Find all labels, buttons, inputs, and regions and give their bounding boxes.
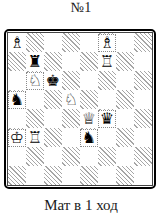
puzzle-number: №1 (0, 0, 162, 16)
square-a7 (8, 52, 26, 71)
square-g2 (116, 147, 134, 166)
square-g5 (116, 90, 134, 109)
white-knight-b6: ♘ (26, 72, 44, 90)
square-h4 (134, 109, 152, 128)
square-f4: ♛ (98, 109, 116, 128)
white-rook-f7: ♖ (100, 53, 114, 70)
square-a3: ♔ (8, 128, 26, 147)
square-e5 (80, 90, 98, 109)
black-rook-b7: ♜ (28, 53, 42, 70)
square-b2 (26, 147, 44, 166)
square-a1 (8, 166, 26, 185)
square-b1 (26, 166, 44, 185)
square-b7: ♜ (26, 52, 44, 71)
square-a5: ♞ (8, 90, 26, 109)
square-h7 (134, 52, 152, 71)
square-c1 (44, 166, 62, 185)
square-d8 (62, 33, 80, 52)
square-c7 (44, 52, 62, 71)
black-queen-f4: ♛ (98, 110, 116, 128)
square-f3 (98, 128, 116, 147)
square-d5: ♘ (62, 90, 80, 109)
square-f8: ♗ (98, 33, 116, 52)
square-f6 (98, 71, 116, 90)
white-king-a3: ♔ (8, 129, 26, 147)
square-d4 (62, 109, 80, 128)
square-g6 (116, 71, 134, 90)
square-h8 (134, 33, 152, 52)
square-b3: ♖ (26, 128, 44, 147)
square-a4 (8, 109, 26, 128)
white-queen-e4: ♕ (82, 110, 96, 127)
square-g7 (116, 52, 134, 71)
square-c4 (44, 109, 62, 128)
square-d3 (62, 128, 80, 147)
square-f1 (98, 166, 116, 185)
square-a6 (8, 71, 26, 90)
black-king-c6: ♚ (46, 72, 60, 89)
square-e3: ♞ (80, 128, 98, 147)
white-bishop-f8: ♗ (98, 34, 116, 52)
chess-board-grid: ♗♗♜♖♘♚♞♘♕♛♔♖♞ (8, 33, 152, 185)
square-e7 (80, 52, 98, 71)
square-g4 (116, 109, 134, 128)
chess-board: ♗♗♜♖♘♚♞♘♕♛♔♖♞ (4, 29, 156, 189)
square-e1 (80, 166, 98, 185)
square-h5 (134, 90, 152, 109)
white-rook-b3: ♖ (28, 129, 42, 146)
square-d2 (62, 147, 80, 166)
square-d7 (62, 52, 80, 71)
chess-board-inner-frame: ♗♗♜♖♘♚♞♘♕♛♔♖♞ (7, 32, 153, 186)
scanned-puzzle-page: №1 ♗♗♜♖♘♚♞♘♕♛♔♖♞ Мат в 1 ход (0, 0, 164, 221)
square-b6: ♘ (26, 71, 44, 90)
square-g3 (116, 128, 134, 147)
square-f2 (98, 147, 116, 166)
square-d6 (62, 71, 80, 90)
white-bishop-a8: ♗ (10, 34, 24, 51)
square-h1 (134, 166, 152, 185)
square-d1 (62, 166, 80, 185)
square-c2 (44, 147, 62, 166)
square-c5 (44, 90, 62, 109)
square-e8 (80, 33, 98, 52)
white-knight-d5: ♘ (64, 91, 78, 108)
square-h3 (134, 128, 152, 147)
square-b4 (26, 109, 44, 128)
square-f5 (98, 90, 116, 109)
square-e2 (80, 147, 98, 166)
black-knight-e3: ♞ (80, 129, 98, 147)
square-h6 (134, 71, 152, 90)
square-g8 (116, 33, 134, 52)
black-knight-a5: ♞ (8, 91, 26, 109)
square-c8 (44, 33, 62, 52)
square-b5 (26, 90, 44, 109)
square-a2 (8, 147, 26, 166)
square-h2 (134, 147, 152, 166)
puzzle-caption: Мат в 1 ход (0, 197, 162, 214)
square-c6: ♚ (44, 71, 62, 90)
square-b8 (26, 33, 44, 52)
square-e4: ♕ (80, 109, 98, 128)
square-e6 (80, 71, 98, 90)
square-f7: ♖ (98, 52, 116, 71)
square-g1 (116, 166, 134, 185)
square-c3 (44, 128, 62, 147)
square-a8: ♗ (8, 33, 26, 52)
